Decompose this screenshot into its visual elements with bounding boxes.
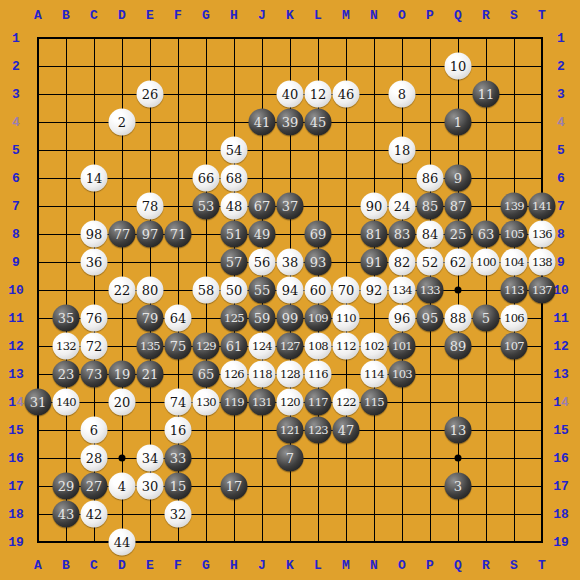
row-label-left-16: 16 bbox=[8, 451, 24, 466]
stone-white-98-C8: 98 bbox=[81, 221, 108, 248]
column-label-top-H: H bbox=[230, 8, 238, 23]
stone-black-19-D13: 19 bbox=[109, 361, 136, 388]
stone-white-2-D4: 2 bbox=[109, 109, 136, 136]
stone-black-41-J4: 41 bbox=[249, 109, 276, 136]
column-label-bottom-Q: Q bbox=[454, 558, 462, 573]
row-label-left-7: 7 bbox=[12, 199, 20, 214]
stone-white-58-G10: 58 bbox=[193, 277, 220, 304]
stone-white-18-O5: 18 bbox=[389, 137, 416, 164]
column-label-top-L: L bbox=[314, 8, 322, 23]
stone-black-113-S10: 113 bbox=[501, 277, 528, 304]
stone-white-124-J12: 124 bbox=[249, 333, 276, 360]
stone-white-120-K14: 120 bbox=[277, 389, 304, 416]
stone-white-54-H5: 54 bbox=[221, 137, 248, 164]
stone-black-65-G13: 65 bbox=[193, 361, 220, 388]
stone-black-39-K4: 39 bbox=[277, 109, 304, 136]
stone-white-26-E3: 26 bbox=[137, 81, 164, 108]
column-label-bottom-P: P bbox=[426, 558, 434, 573]
column-label-bottom-T: T bbox=[538, 558, 546, 573]
column-label-top-S: S bbox=[510, 8, 518, 23]
row-label-left-9: 9 bbox=[12, 255, 20, 270]
stone-white-48-H7: 48 bbox=[221, 193, 248, 220]
stone-black-3-Q17: 3 bbox=[445, 473, 472, 500]
stone-white-62-Q9: 62 bbox=[445, 249, 472, 276]
stone-black-97-E8: 97 bbox=[137, 221, 164, 248]
stone-black-131-J14: 131 bbox=[249, 389, 276, 416]
stone-black-35-B11: 35 bbox=[53, 305, 80, 332]
stone-white-106-S11: 106 bbox=[501, 305, 528, 332]
row-label-right-15: 15 bbox=[553, 423, 569, 438]
stone-white-30-E17: 30 bbox=[137, 473, 164, 500]
stone-white-6-C15: 6 bbox=[81, 417, 108, 444]
stone-black-77-D8: 77 bbox=[109, 221, 136, 248]
stone-black-137-T10: 137 bbox=[529, 277, 556, 304]
stone-black-89-Q12: 89 bbox=[445, 333, 472, 360]
stone-white-118-J13: 118 bbox=[249, 361, 276, 388]
column-label-bottom-S: S bbox=[510, 558, 518, 573]
stone-white-108-L12: 108 bbox=[305, 333, 332, 360]
row-label-left-2: 2 bbox=[12, 59, 20, 74]
row-label-left-14: 14 bbox=[8, 395, 24, 410]
row-label-right-9: 9 bbox=[557, 255, 565, 270]
star-point-D16 bbox=[119, 455, 126, 462]
column-label-bottom-R: R bbox=[482, 558, 490, 573]
stone-white-104-S9: 104 bbox=[501, 249, 528, 276]
stone-black-49-J8: 49 bbox=[249, 221, 276, 248]
row-label-left-13: 13 bbox=[8, 367, 24, 382]
row-label-right-4: 4 bbox=[557, 115, 565, 130]
stone-white-12-L3: 12 bbox=[305, 81, 332, 108]
column-label-top-B: B bbox=[62, 8, 70, 23]
stone-white-64-F11: 64 bbox=[165, 305, 192, 332]
stone-black-67-J7: 67 bbox=[249, 193, 276, 220]
stone-black-75-F12: 75 bbox=[165, 333, 192, 360]
column-label-top-E: E bbox=[146, 8, 154, 23]
stone-black-17-H17: 17 bbox=[221, 473, 248, 500]
stone-white-68-H6: 68 bbox=[221, 165, 248, 192]
stone-white-82-O9: 82 bbox=[389, 249, 416, 276]
stone-white-92-N10: 92 bbox=[361, 277, 388, 304]
stone-black-73-C13: 73 bbox=[81, 361, 108, 388]
stone-white-94-K10: 94 bbox=[277, 277, 304, 304]
stone-white-10-Q2: 10 bbox=[445, 53, 472, 80]
row-label-left-15: 15 bbox=[8, 423, 24, 438]
column-label-top-F: F bbox=[174, 8, 182, 23]
row-label-right-12: 12 bbox=[553, 339, 569, 354]
column-label-top-Q: Q bbox=[454, 8, 462, 23]
row-label-left-18: 18 bbox=[8, 507, 24, 522]
column-label-bottom-N: N bbox=[370, 558, 378, 573]
column-label-top-D: D bbox=[118, 8, 126, 23]
row-label-right-14: 14 bbox=[553, 395, 569, 410]
stone-black-93-L9: 93 bbox=[305, 249, 332, 276]
stone-white-60-L10: 60 bbox=[305, 277, 332, 304]
grid-hline bbox=[37, 514, 543, 515]
stone-white-36-C9: 36 bbox=[81, 249, 108, 276]
stone-white-70-M10: 70 bbox=[333, 277, 360, 304]
row-label-left-19: 19 bbox=[8, 535, 24, 550]
stone-white-136-T8: 136 bbox=[529, 221, 556, 248]
stone-black-13-Q15: 13 bbox=[445, 417, 472, 444]
stone-black-123-L15: 123 bbox=[305, 417, 332, 444]
stone-black-55-J10: 55 bbox=[249, 277, 276, 304]
stone-black-121-K15: 121 bbox=[277, 417, 304, 444]
stone-white-114-N13: 114 bbox=[361, 361, 388, 388]
stone-white-14-C6: 14 bbox=[81, 165, 108, 192]
row-label-right-13: 13 bbox=[553, 367, 569, 382]
stone-black-57-H9: 57 bbox=[221, 249, 248, 276]
column-label-bottom-K: K bbox=[286, 558, 294, 573]
stone-white-32-F18: 32 bbox=[165, 501, 192, 528]
row-label-right-3: 3 bbox=[557, 87, 565, 102]
stone-black-109-L11: 109 bbox=[305, 305, 332, 332]
row-label-right-7: 7 bbox=[557, 199, 565, 214]
stone-black-43-B18: 43 bbox=[53, 501, 80, 528]
stone-white-132-B12: 132 bbox=[53, 333, 80, 360]
stone-black-135-E12: 135 bbox=[137, 333, 164, 360]
stone-black-141-T7: 141 bbox=[529, 193, 556, 220]
row-label-right-17: 17 bbox=[553, 479, 569, 494]
column-label-bottom-E: E bbox=[146, 558, 154, 573]
stone-black-9-Q6: 9 bbox=[445, 165, 472, 192]
stone-white-96-O11: 96 bbox=[389, 305, 416, 332]
column-label-top-P: P bbox=[426, 8, 434, 23]
stone-black-11-R3: 11 bbox=[473, 81, 500, 108]
stone-black-79-E11: 79 bbox=[137, 305, 164, 332]
stone-white-140-B14: 140 bbox=[53, 389, 80, 416]
stone-black-117-L14: 117 bbox=[305, 389, 332, 416]
row-label-left-5: 5 bbox=[12, 143, 20, 158]
stone-black-51-H8: 51 bbox=[221, 221, 248, 248]
stone-white-78-E7: 78 bbox=[137, 193, 164, 220]
stone-white-24-O7: 24 bbox=[389, 193, 416, 220]
column-label-bottom-F: F bbox=[174, 558, 182, 573]
column-label-top-G: G bbox=[202, 8, 210, 23]
row-label-right-1: 1 bbox=[557, 31, 565, 46]
stone-white-52-P9: 52 bbox=[417, 249, 444, 276]
stone-black-25-Q8: 25 bbox=[445, 221, 472, 248]
column-label-top-O: O bbox=[398, 8, 406, 23]
row-label-right-11: 11 bbox=[553, 311, 569, 326]
row-label-right-2: 2 bbox=[557, 59, 565, 74]
column-label-top-N: N bbox=[370, 8, 378, 23]
stone-black-119-H14: 119 bbox=[221, 389, 248, 416]
stone-black-115-N14: 115 bbox=[361, 389, 388, 416]
column-label-top-R: R bbox=[482, 8, 490, 23]
column-label-bottom-O: O bbox=[398, 558, 406, 573]
stone-black-139-S7: 139 bbox=[501, 193, 528, 220]
stone-white-134-O10: 134 bbox=[389, 277, 416, 304]
stone-white-74-F14: 74 bbox=[165, 389, 192, 416]
stone-black-81-N8: 81 bbox=[361, 221, 388, 248]
row-label-left-6: 6 bbox=[12, 171, 20, 186]
stone-black-59-J11: 59 bbox=[249, 305, 276, 332]
stone-white-80-E10: 80 bbox=[137, 277, 164, 304]
stone-white-102-N12: 102 bbox=[361, 333, 388, 360]
column-label-top-C: C bbox=[90, 8, 98, 23]
stone-black-85-P7: 85 bbox=[417, 193, 444, 220]
stone-black-7-K16: 7 bbox=[277, 445, 304, 472]
stone-white-126-H13: 126 bbox=[221, 361, 248, 388]
stone-black-105-S8: 105 bbox=[501, 221, 528, 248]
column-label-bottom-C: C bbox=[90, 558, 98, 573]
stone-black-47-M15: 47 bbox=[333, 417, 360, 444]
stone-black-45-L4: 45 bbox=[305, 109, 332, 136]
stone-white-56-J9: 56 bbox=[249, 249, 276, 276]
stone-white-44-D19: 44 bbox=[109, 529, 136, 556]
stone-white-50-H10: 50 bbox=[221, 277, 248, 304]
stone-black-107-S12: 107 bbox=[501, 333, 528, 360]
column-label-bottom-L: L bbox=[314, 558, 322, 573]
row-label-right-18: 18 bbox=[553, 507, 569, 522]
stone-white-8-O3: 8 bbox=[389, 81, 416, 108]
stone-black-125-H11: 125 bbox=[221, 305, 248, 332]
stone-black-1-Q4: 1 bbox=[445, 109, 472, 136]
stone-white-76-C11: 76 bbox=[81, 305, 108, 332]
stone-black-27-C17: 27 bbox=[81, 473, 108, 500]
stone-white-4-D17: 4 bbox=[109, 473, 136, 500]
row-label-left-3: 3 bbox=[12, 87, 20, 102]
row-label-left-8: 8 bbox=[12, 227, 20, 242]
row-label-left-1: 1 bbox=[12, 31, 20, 46]
column-label-top-A: A bbox=[34, 8, 42, 23]
stone-black-29-B17: 29 bbox=[53, 473, 80, 500]
row-label-left-11: 11 bbox=[8, 311, 24, 326]
column-label-bottom-A: A bbox=[34, 558, 42, 573]
stone-black-99-K11: 99 bbox=[277, 305, 304, 332]
star-point-Q16 bbox=[455, 455, 462, 462]
stone-black-33-F16: 33 bbox=[165, 445, 192, 472]
column-label-top-J: J bbox=[258, 8, 266, 23]
row-label-left-17: 17 bbox=[8, 479, 24, 494]
stone-black-61-H12: 61 bbox=[221, 333, 248, 360]
stone-black-103-O13: 103 bbox=[389, 361, 416, 388]
go-board[interactable]: ABCDEFGHJKLMNOPQRST ABCDEFGHJKLMNOPQRST … bbox=[0, 0, 580, 580]
stone-black-31-A14: 31 bbox=[25, 389, 52, 416]
stone-black-69-L8: 69 bbox=[305, 221, 332, 248]
star-point-Q10 bbox=[455, 287, 462, 294]
stone-white-20-D14: 20 bbox=[109, 389, 136, 416]
grid-vline bbox=[486, 37, 487, 543]
column-label-top-M: M bbox=[342, 8, 350, 23]
stone-black-53-G7: 53 bbox=[193, 193, 220, 220]
column-label-bottom-B: B bbox=[62, 558, 70, 573]
stone-black-127-K12: 127 bbox=[277, 333, 304, 360]
stone-white-130-G14: 130 bbox=[193, 389, 220, 416]
stone-black-63-R8: 63 bbox=[473, 221, 500, 248]
stone-black-37-K7: 37 bbox=[277, 193, 304, 220]
stone-white-46-M3: 46 bbox=[333, 81, 360, 108]
stone-white-22-D10: 22 bbox=[109, 277, 136, 304]
column-label-bottom-M: M bbox=[342, 558, 350, 573]
stone-black-91-N9: 91 bbox=[361, 249, 388, 276]
stone-white-28-C16: 28 bbox=[81, 445, 108, 472]
stone-black-5-R11: 5 bbox=[473, 305, 500, 332]
stone-white-66-G6: 66 bbox=[193, 165, 220, 192]
stone-white-38-K9: 38 bbox=[277, 249, 304, 276]
stone-black-87-Q7: 87 bbox=[445, 193, 472, 220]
stone-black-101-O12: 101 bbox=[389, 333, 416, 360]
stone-white-34-E16: 34 bbox=[137, 445, 164, 472]
stone-white-116-L13: 116 bbox=[305, 361, 332, 388]
column-label-bottom-D: D bbox=[118, 558, 126, 573]
column-label-top-K: K bbox=[286, 8, 294, 23]
column-label-bottom-G: G bbox=[202, 558, 210, 573]
stone-white-16-F15: 16 bbox=[165, 417, 192, 444]
stone-white-128-K13: 128 bbox=[277, 361, 304, 388]
row-label-right-6: 6 bbox=[557, 171, 565, 186]
row-label-right-5: 5 bbox=[557, 143, 565, 158]
row-label-left-10: 10 bbox=[8, 283, 24, 298]
column-label-bottom-J: J bbox=[258, 558, 266, 573]
stone-white-110-M11: 110 bbox=[333, 305, 360, 332]
row-label-right-19: 19 bbox=[553, 535, 569, 550]
stone-white-42-C18: 42 bbox=[81, 501, 108, 528]
stone-white-122-M14: 122 bbox=[333, 389, 360, 416]
row-label-left-12: 12 bbox=[8, 339, 24, 354]
stone-white-112-M12: 112 bbox=[333, 333, 360, 360]
row-label-right-16: 16 bbox=[553, 451, 569, 466]
stone-white-72-C12: 72 bbox=[81, 333, 108, 360]
stone-black-71-F8: 71 bbox=[165, 221, 192, 248]
stone-white-88-Q11: 88 bbox=[445, 305, 472, 332]
stone-white-138-T9: 138 bbox=[529, 249, 556, 276]
stone-black-83-O8: 83 bbox=[389, 221, 416, 248]
stone-black-95-P11: 95 bbox=[417, 305, 444, 332]
stone-black-129-G12: 129 bbox=[193, 333, 220, 360]
stone-white-86-P6: 86 bbox=[417, 165, 444, 192]
stone-black-133-P10: 133 bbox=[417, 277, 444, 304]
stone-white-40-K3: 40 bbox=[277, 81, 304, 108]
row-label-right-8: 8 bbox=[557, 227, 565, 242]
stone-white-84-P8: 84 bbox=[417, 221, 444, 248]
column-label-top-T: T bbox=[538, 8, 546, 23]
stone-white-90-N7: 90 bbox=[361, 193, 388, 220]
stone-white-100-R9: 100 bbox=[473, 249, 500, 276]
row-label-left-4: 4 bbox=[12, 115, 20, 130]
stone-black-21-E13: 21 bbox=[137, 361, 164, 388]
row-label-right-10: 10 bbox=[553, 283, 569, 298]
stone-black-23-B13: 23 bbox=[53, 361, 80, 388]
stone-black-15-F17: 15 bbox=[165, 473, 192, 500]
column-label-bottom-H: H bbox=[230, 558, 238, 573]
